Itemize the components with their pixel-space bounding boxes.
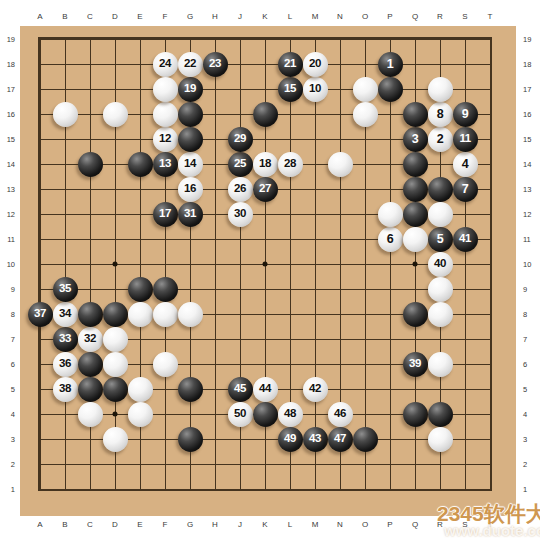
stone-B6[interactable]: 36: [53, 352, 78, 377]
row-label-left: 16: [7, 110, 15, 119]
stone-R16[interactable]: 8: [428, 102, 453, 127]
stone-O3[interactable]: [353, 427, 378, 452]
stone-C14[interactable]: [78, 152, 103, 177]
row-label-left: 3: [11, 435, 15, 444]
row-label-left: 9: [11, 285, 15, 294]
stone-G8[interactable]: [178, 302, 203, 327]
row-label-left: 13: [7, 185, 15, 194]
move-number: 29: [234, 133, 246, 145]
row-label-left: 7: [11, 335, 15, 344]
column-label-bottom: O: [362, 520, 368, 529]
stone-G13[interactable]: 16: [178, 177, 203, 202]
move-number: 12: [159, 133, 171, 145]
stone-F9[interactable]: [153, 277, 178, 302]
stone-Q8[interactable]: [403, 302, 428, 327]
column-label-top: E: [137, 12, 142, 21]
move-number: 18: [259, 158, 271, 170]
move-number: 17: [159, 208, 171, 220]
stone-D7[interactable]: [103, 327, 128, 352]
column-label-top: G: [187, 12, 193, 21]
stone-B7[interactable]: 33: [53, 327, 78, 352]
row-label-left: 15: [7, 135, 15, 144]
stone-G12[interactable]: 31: [178, 202, 203, 227]
stone-S11[interactable]: 41: [453, 227, 478, 252]
row-label-left: 18: [7, 60, 15, 69]
column-label-top: N: [337, 12, 343, 21]
move-number: 14: [184, 158, 196, 170]
stone-J5[interactable]: 45: [228, 377, 253, 402]
stone-R15[interactable]: 2: [428, 127, 453, 152]
stone-J4[interactable]: 50: [228, 402, 253, 427]
row-label-left: 5: [11, 385, 15, 394]
stone-L18[interactable]: 21: [278, 52, 303, 77]
column-label-top: Q: [412, 12, 418, 21]
column-label-bottom: N: [337, 520, 343, 529]
stone-K16[interactable]: [253, 102, 278, 127]
stone-Q6[interactable]: 39: [403, 352, 428, 377]
row-label-left: 4: [11, 410, 15, 419]
board-grid: AABBCCDDEEFFGGHHJJKKLLMMNNOOPPQQRRSSTT19…: [0, 0, 540, 540]
stone-M3[interactable]: 43: [303, 427, 328, 452]
row-label-right: 19: [523, 35, 531, 44]
move-number: 42: [309, 383, 321, 395]
stone-F18[interactable]: 24: [153, 52, 178, 77]
stone-Q4[interactable]: [403, 402, 428, 427]
move-number: 19: [184, 83, 196, 95]
stone-Q12[interactable]: [403, 202, 428, 227]
column-label-bottom: C: [87, 520, 93, 529]
stone-R4[interactable]: [428, 402, 453, 427]
stone-E5[interactable]: [128, 377, 153, 402]
stone-G17[interactable]: 19: [178, 77, 203, 102]
stone-D3[interactable]: [103, 427, 128, 452]
stone-B9[interactable]: 35: [53, 277, 78, 302]
stone-E8[interactable]: [128, 302, 153, 327]
stone-B16[interactable]: [53, 102, 78, 127]
stone-M5[interactable]: 42: [303, 377, 328, 402]
stone-J14[interactable]: 25: [228, 152, 253, 177]
stone-R8[interactable]: [428, 302, 453, 327]
move-number: 44: [259, 383, 271, 395]
row-label-right: 16: [523, 110, 531, 119]
stone-K14[interactable]: 18: [253, 152, 278, 177]
move-number: 36: [59, 358, 71, 370]
stone-D8[interactable]: [103, 302, 128, 327]
stone-R11[interactable]: 5: [428, 227, 453, 252]
column-label-bottom: D: [112, 520, 118, 529]
move-number: 50: [234, 408, 246, 420]
stone-P11[interactable]: 6: [378, 227, 403, 252]
move-number: 33: [59, 333, 71, 345]
stone-L3[interactable]: 49: [278, 427, 303, 452]
stone-J12[interactable]: 30: [228, 202, 253, 227]
star-point: [113, 412, 118, 417]
column-label-bottom: F: [163, 520, 168, 529]
move-number: 24: [159, 58, 171, 70]
stone-S15[interactable]: 11: [453, 127, 478, 152]
stone-G18[interactable]: 22: [178, 52, 203, 77]
column-label-bottom: M: [312, 520, 319, 529]
stone-F12[interactable]: 17: [153, 202, 178, 227]
move-number: 43: [309, 433, 321, 445]
stone-R6[interactable]: [428, 352, 453, 377]
stone-F14[interactable]: 13: [153, 152, 178, 177]
star-point: [263, 262, 268, 267]
move-number: 8: [437, 108, 443, 121]
stone-S13[interactable]: 7: [453, 177, 478, 202]
column-label-bottom: K: [262, 520, 268, 529]
move-number: 16: [184, 183, 196, 195]
move-number: 9: [462, 108, 468, 121]
move-number: 7: [462, 183, 468, 196]
stone-G15[interactable]: [178, 127, 203, 152]
stone-O17[interactable]: [353, 77, 378, 102]
column-label-top: H: [212, 12, 218, 21]
column-label-bottom: P: [387, 520, 392, 529]
row-label-left: 11: [7, 235, 15, 244]
move-number: 5: [437, 233, 443, 246]
column-label-top: D: [112, 12, 118, 21]
stone-L17[interactable]: 15: [278, 77, 303, 102]
stone-E14[interactable]: [128, 152, 153, 177]
row-label-left: 12: [7, 210, 15, 219]
column-label-top: F: [163, 12, 168, 21]
move-number: 20: [309, 58, 321, 70]
column-label-top: J: [238, 12, 242, 21]
move-number: 21: [284, 58, 296, 70]
stone-Q14[interactable]: [403, 152, 428, 177]
stone-B8[interactable]: 34: [53, 302, 78, 327]
move-number: 2: [437, 133, 443, 146]
stone-P18[interactable]: 1: [378, 52, 403, 77]
row-label-right: 3: [523, 435, 527, 444]
stone-F17[interactable]: [153, 77, 178, 102]
move-number: 3: [412, 133, 418, 146]
move-number: 11: [459, 133, 470, 145]
column-label-bottom: E: [137, 520, 142, 529]
move-number: 25: [234, 158, 246, 170]
column-label-top: S: [462, 12, 467, 21]
move-number: 48: [284, 408, 296, 420]
row-label-left: 6: [11, 360, 15, 369]
move-number: 23: [209, 58, 221, 70]
move-number: 13: [159, 158, 171, 170]
stone-N3[interactable]: 47: [328, 427, 353, 452]
column-label-top: L: [288, 12, 293, 21]
move-number: 49: [284, 433, 296, 445]
row-label-right: 15: [523, 135, 531, 144]
column-label-bottom: G: [187, 520, 193, 529]
stone-G16[interactable]: [178, 102, 203, 127]
stone-D5[interactable]: [103, 377, 128, 402]
row-label-right: 11: [523, 235, 531, 244]
stone-S16[interactable]: 9: [453, 102, 478, 127]
star-point: [113, 262, 118, 267]
stone-M17[interactable]: 10: [303, 77, 328, 102]
stone-Q16[interactable]: [403, 102, 428, 127]
column-label-top: M: [312, 12, 319, 21]
stone-K4[interactable]: [253, 402, 278, 427]
column-label-top: O: [362, 12, 368, 21]
row-label-left: 1: [11, 485, 15, 494]
row-label-left: 17: [7, 85, 15, 94]
stone-R17[interactable]: [428, 77, 453, 102]
move-number: 4: [462, 158, 468, 171]
go-diagram-screen: AABBCCDDEEFFGGHHJJKKLLMMNNOOPPQQRRSSTT19…: [0, 0, 540, 540]
row-label-left: 10: [7, 260, 15, 269]
stone-Q15[interactable]: 3: [403, 127, 428, 152]
stone-R13[interactable]: [428, 177, 453, 202]
row-label-left: 2: [11, 460, 15, 469]
column-label-bottom: A: [37, 520, 43, 529]
column-label-top: B: [62, 12, 67, 21]
row-label-right: 6: [523, 360, 527, 369]
move-number: 38: [59, 383, 71, 395]
stone-J13[interactable]: 26: [228, 177, 253, 202]
stone-M18[interactable]: 20: [303, 52, 328, 77]
move-number: 37: [34, 308, 46, 320]
stone-F6[interactable]: [153, 352, 178, 377]
stone-H18[interactable]: 23: [203, 52, 228, 77]
row-label-right: 2: [523, 460, 527, 469]
row-label-right: 17: [523, 85, 531, 94]
move-number: 26: [234, 183, 246, 195]
stone-L14[interactable]: 28: [278, 152, 303, 177]
column-label-top: P: [387, 12, 392, 21]
row-label-right: 1: [523, 485, 527, 494]
stone-C8[interactable]: [78, 302, 103, 327]
move-number: 40: [434, 258, 446, 270]
row-label-right: 10: [523, 260, 531, 269]
stone-P17[interactable]: [378, 77, 403, 102]
stone-N4[interactable]: 46: [328, 402, 353, 427]
stone-G14[interactable]: 14: [178, 152, 203, 177]
column-label-top: T: [488, 12, 493, 21]
row-label-left: 14: [7, 160, 15, 169]
stone-D6[interactable]: [103, 352, 128, 377]
move-number: 45: [234, 383, 246, 395]
stone-B5[interactable]: 38: [53, 377, 78, 402]
move-number: 31: [184, 208, 196, 220]
watermark-url: www.duote.com: [444, 522, 540, 539]
column-label-top: C: [87, 12, 93, 21]
move-number: 47: [334, 433, 346, 445]
move-number: 35: [59, 283, 71, 295]
column-label-top: R: [437, 12, 443, 21]
stone-D16[interactable]: [103, 102, 128, 127]
move-number: 39: [409, 358, 421, 370]
stone-S14[interactable]: 4: [453, 152, 478, 177]
stone-C6[interactable]: [78, 352, 103, 377]
row-label-right: 12: [523, 210, 531, 219]
move-number: 28: [284, 158, 296, 170]
stone-K13[interactable]: 27: [253, 177, 278, 202]
column-label-bottom: Q: [412, 520, 418, 529]
stone-G5[interactable]: [178, 377, 203, 402]
stone-O16[interactable]: [353, 102, 378, 127]
row-label-left: 19: [7, 35, 15, 44]
row-label-right: 5: [523, 385, 527, 394]
move-number: 1: [387, 58, 393, 71]
row-label-right: 9: [523, 285, 527, 294]
move-number: 46: [334, 408, 346, 420]
stone-A8[interactable]: 37: [28, 302, 53, 327]
row-label-right: 4: [523, 410, 527, 419]
stone-F15[interactable]: 12: [153, 127, 178, 152]
stone-F8[interactable]: [153, 302, 178, 327]
row-label-left: 8: [11, 310, 15, 319]
column-label-bottom: B: [62, 520, 67, 529]
stone-Q11[interactable]: [403, 227, 428, 252]
row-label-right: 8: [523, 310, 527, 319]
move-number: 22: [184, 58, 196, 70]
move-number: 15: [284, 83, 296, 95]
stone-C4[interactable]: [78, 402, 103, 427]
star-point: [413, 262, 418, 267]
stone-L4[interactable]: 48: [278, 402, 303, 427]
row-label-right: 18: [523, 60, 531, 69]
column-label-bottom: L: [288, 520, 293, 529]
stone-F16[interactable]: [153, 102, 178, 127]
move-number: 10: [309, 83, 321, 95]
move-number: 30: [234, 208, 246, 220]
stone-J15[interactable]: 29: [228, 127, 253, 152]
move-number: 34: [59, 308, 71, 320]
stone-N14[interactable]: [328, 152, 353, 177]
stone-R3[interactable]: [428, 427, 453, 452]
move-number: 32: [84, 333, 96, 345]
row-label-right: 13: [523, 185, 531, 194]
move-number: 6: [387, 233, 393, 246]
stone-R9[interactable]: [428, 277, 453, 302]
stone-Q13[interactable]: [403, 177, 428, 202]
stone-R12[interactable]: [428, 202, 453, 227]
move-number: 41: [459, 233, 471, 245]
column-label-bottom: H: [212, 520, 218, 529]
row-label-right: 14: [523, 160, 531, 169]
stone-E4[interactable]: [128, 402, 153, 427]
stone-C5[interactable]: [78, 377, 103, 402]
row-label-right: 7: [523, 335, 527, 344]
move-number: 27: [259, 183, 271, 195]
stone-K5[interactable]: 44: [253, 377, 278, 402]
stone-P12[interactable]: [378, 202, 403, 227]
column-label-top: A: [37, 12, 43, 21]
stone-R10[interactable]: 40: [428, 252, 453, 277]
column-label-bottom: J: [238, 520, 242, 529]
stone-E9[interactable]: [128, 277, 153, 302]
column-label-top: K: [262, 12, 268, 21]
stone-C7[interactable]: 32: [78, 327, 103, 352]
stone-G3[interactable]: [178, 427, 203, 452]
